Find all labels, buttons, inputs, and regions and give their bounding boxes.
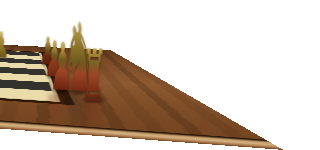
camera-roll-wrapper: ♟ ♟ ♟ ♟ ♞ ♜	[0, 0, 150, 150]
piece-pawn-b2: ♟	[0, 27, 18, 64]
piece-rook-h1: ♜	[60, 39, 127, 113]
product-photo-scene: ♟ ♟ ♟ ♟ ♞ ♜	[0, 0, 150, 150]
rook-glyph: ♜	[80, 40, 107, 113]
pawn-glyph: ♟	[0, 27, 10, 64]
